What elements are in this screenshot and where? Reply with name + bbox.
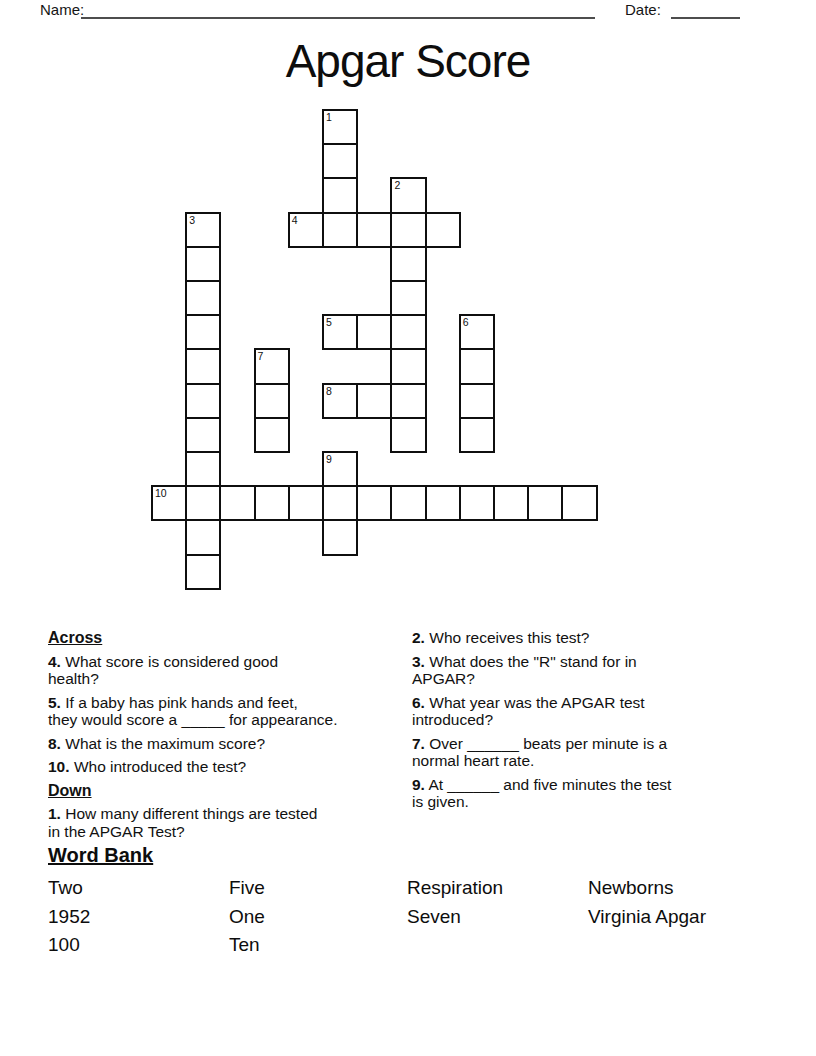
- crossword-cell[interactable]: [390, 417, 426, 453]
- clue-down-9: 9. At ______ and five minutes the test i…: [412, 776, 760, 811]
- word-bank-item: One: [229, 906, 407, 927]
- cell-number: 5: [326, 316, 332, 328]
- clue-down-7: 7. Over ______ beats per minute is a nor…: [412, 735, 760, 770]
- word-bank-item: Respiration: [407, 877, 588, 898]
- cell-number: 8: [326, 385, 332, 397]
- clue-text: Who receives this test?: [429, 629, 589, 646]
- crossword-cell[interactable]: 3: [185, 212, 221, 248]
- cell-number: 2: [394, 179, 400, 191]
- clue-text: What is the maximum score?: [65, 735, 265, 752]
- clue-number: 4.: [48, 653, 61, 670]
- crossword-cell[interactable]: [390, 246, 426, 282]
- crossword-cell[interactable]: [356, 485, 392, 521]
- clue-number: 10.: [48, 758, 70, 775]
- crossword-cell[interactable]: [288, 485, 324, 521]
- crossword-cell[interactable]: [322, 485, 358, 521]
- crossword-cell[interactable]: 9: [322, 451, 358, 487]
- crossword-cell[interactable]: [185, 519, 221, 555]
- crossword-cell[interactable]: [185, 348, 221, 384]
- crossword-cell[interactable]: [185, 280, 221, 316]
- crossword-cell[interactable]: [561, 485, 597, 521]
- crossword-cell[interactable]: 5: [322, 314, 358, 350]
- crossword-cell[interactable]: [390, 383, 426, 419]
- word-bank-section: Word Bank Two Five Respiration Newborns …: [48, 844, 778, 955]
- clue-number: 5.: [48, 694, 61, 711]
- clue-text: What score is considered good health?: [48, 653, 278, 688]
- crossword-cell[interactable]: [390, 280, 426, 316]
- clues-left-column: Across 4. What score is considered good …: [48, 629, 420, 846]
- crossword-cell[interactable]: [390, 314, 426, 350]
- crossword-cell[interactable]: [322, 519, 358, 555]
- word-bank-item: 1952: [48, 906, 229, 927]
- word-bank-item: Two: [48, 877, 229, 898]
- clue-text: How many different things are tested in …: [48, 805, 317, 840]
- crossword-cell[interactable]: 1: [322, 109, 358, 145]
- clue-text: If a baby has pink hands and feet, they …: [48, 694, 338, 729]
- clue-text: Over ______ beats per minute is a normal…: [412, 735, 667, 770]
- crossword-cell[interactable]: 8: [322, 383, 358, 419]
- clue-across-10: 10. Who introduced the test?: [48, 758, 420, 776]
- date-input-line[interactable]: [671, 0, 740, 19]
- clue-across-5: 5. If a baby has pink hands and feet, th…: [48, 694, 420, 729]
- crossword-cell[interactable]: 2: [390, 177, 426, 213]
- puzzle-title: Apgar Score: [0, 34, 816, 88]
- word-bank-item: Newborns: [588, 877, 778, 898]
- crossword-cell[interactable]: [493, 485, 529, 521]
- crossword-cell[interactable]: [322, 177, 358, 213]
- cell-number: 3: [189, 214, 195, 226]
- crossword-cell[interactable]: [356, 314, 392, 350]
- crossword-cell[interactable]: [425, 212, 461, 248]
- crossword-cell[interactable]: [459, 383, 495, 419]
- crossword-cell[interactable]: [356, 212, 392, 248]
- crossword-cell[interactable]: [425, 485, 461, 521]
- clue-number: 2.: [412, 629, 425, 646]
- cell-number: 7: [258, 350, 264, 362]
- clues-right-column: 2. Who receives this test? 3. What does …: [412, 629, 760, 817]
- clue-down-2: 2. Who receives this test?: [412, 629, 760, 647]
- crossword-cell[interactable]: [254, 485, 290, 521]
- crossword-cell[interactable]: [185, 451, 221, 487]
- crossword-cell[interactable]: [185, 554, 221, 590]
- clue-text: Who introduced the test?: [74, 758, 246, 775]
- crossword-cell[interactable]: [356, 383, 392, 419]
- clue-across-4: 4. What score is considered good health?: [48, 653, 420, 688]
- crossword-cell[interactable]: 7: [254, 348, 290, 384]
- crossword-cell[interactable]: [185, 417, 221, 453]
- clue-number: 8.: [48, 735, 61, 752]
- crossword-cell[interactable]: [390, 348, 426, 384]
- word-bank-grid: Two Five Respiration Newborns 1952 One S…: [48, 877, 778, 955]
- clue-number: 1.: [48, 805, 61, 822]
- clue-across-8: 8. What is the maximum score?: [48, 735, 420, 753]
- name-label: Name:: [40, 1, 84, 18]
- cell-number: 9: [326, 453, 332, 465]
- crossword-grid: 12345678910: [151, 109, 599, 591]
- down-heading: Down: [48, 782, 420, 800]
- clue-number: 6.: [412, 694, 425, 711]
- crossword-cell[interactable]: [185, 314, 221, 350]
- cell-number: 4: [292, 214, 298, 226]
- crossword-cell[interactable]: [322, 143, 358, 179]
- crossword-cell[interactable]: 10: [151, 485, 187, 521]
- crossword-cell[interactable]: 4: [288, 212, 324, 248]
- crossword-cell[interactable]: [254, 417, 290, 453]
- crossword-cell[interactable]: [219, 485, 255, 521]
- clue-text: What does the "R" stand for in APGAR?: [412, 653, 637, 688]
- date-label: Date:: [625, 1, 661, 18]
- crossword-cell[interactable]: [322, 212, 358, 248]
- across-heading: Across: [48, 629, 420, 647]
- clue-number: 7.: [412, 735, 425, 752]
- crossword-cell[interactable]: [459, 485, 495, 521]
- crossword-cell[interactable]: [390, 485, 426, 521]
- crossword-cell[interactable]: [459, 417, 495, 453]
- word-bank-heading: Word Bank: [48, 844, 778, 867]
- crossword-cell[interactable]: [185, 485, 221, 521]
- clue-text: At ______ and five minutes the test is g…: [412, 776, 671, 811]
- word-bank-item: 100: [48, 934, 229, 955]
- cell-number: 10: [155, 487, 167, 499]
- word-bank-item: Ten: [229, 934, 407, 955]
- crossword-cell[interactable]: [390, 212, 426, 248]
- name-input-line[interactable]: [81, 0, 595, 19]
- clue-down-6: 6. What year was the APGAR test introduc…: [412, 694, 760, 729]
- clue-number: 9.: [412, 776, 425, 793]
- crossword-cell[interactable]: [459, 348, 495, 384]
- clue-number: 3.: [412, 653, 425, 670]
- word-bank-item: Five: [229, 877, 407, 898]
- crossword-cell[interactable]: 6: [459, 314, 495, 350]
- clue-down-1: 1. How many different things are tested …: [48, 805, 420, 840]
- crossword-cell[interactable]: [185, 246, 221, 282]
- cell-number: 1: [326, 111, 332, 123]
- word-bank-item: Virginia Apgar: [588, 906, 778, 927]
- word-bank-item: Seven: [407, 906, 588, 927]
- clue-text: What year was the APGAR test introduced?: [412, 694, 645, 729]
- clue-down-3: 3. What does the "R" stand for in APGAR?: [412, 653, 760, 688]
- crossword-cell[interactable]: [185, 383, 221, 419]
- crossword-cell[interactable]: [527, 485, 563, 521]
- crossword-cell[interactable]: [254, 383, 290, 419]
- cell-number: 6: [463, 316, 469, 328]
